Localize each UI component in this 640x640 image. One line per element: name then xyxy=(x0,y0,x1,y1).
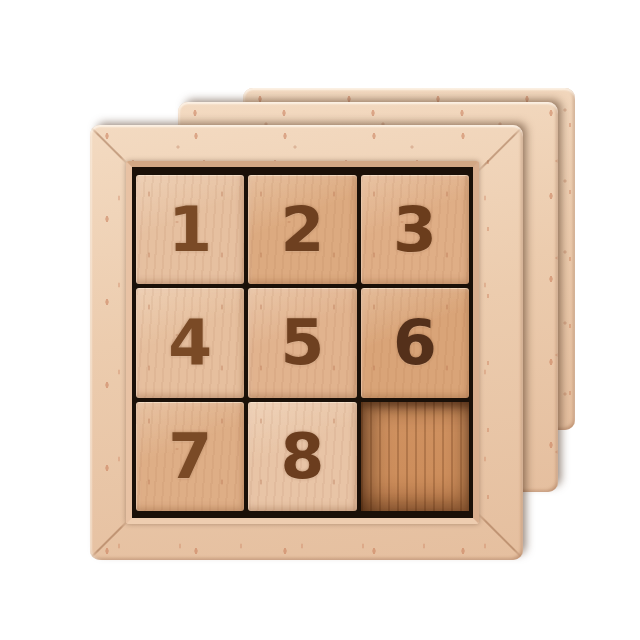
empty-slot xyxy=(361,402,469,511)
tile-number: 4 xyxy=(168,311,212,374)
product-photo: 1 2 3 4 5 6 7 xyxy=(0,0,640,640)
tile-5[interactable]: 5 xyxy=(248,288,356,397)
tile-number: 8 xyxy=(281,425,325,488)
frame-miter-joint xyxy=(91,521,128,558)
tile-number: 2 xyxy=(281,198,325,261)
tile-number: 6 xyxy=(393,311,437,374)
tile-2[interactable]: 2 xyxy=(248,175,356,284)
tile-number: 5 xyxy=(281,311,325,374)
tile-6[interactable]: 6 xyxy=(361,288,469,397)
tile-7[interactable]: 7 xyxy=(136,402,244,511)
tile-number: 7 xyxy=(168,425,212,488)
tile-1[interactable]: 1 xyxy=(136,175,244,284)
frame-miter-joint xyxy=(477,513,522,558)
puzzle-board: 1 2 3 4 5 6 7 xyxy=(132,167,473,518)
puzzle-frame: 1 2 3 4 5 6 7 xyxy=(90,125,523,560)
frame-miter-joint xyxy=(91,127,128,164)
frame-miter-joint xyxy=(477,127,522,172)
frame-opening: 1 2 3 4 5 6 7 xyxy=(126,161,479,524)
tile-3[interactable]: 3 xyxy=(361,175,469,284)
tile-8[interactable]: 8 xyxy=(248,402,356,511)
tile-number: 1 xyxy=(168,198,212,261)
tile-number: 3 xyxy=(393,198,437,261)
tile-4[interactable]: 4 xyxy=(136,288,244,397)
